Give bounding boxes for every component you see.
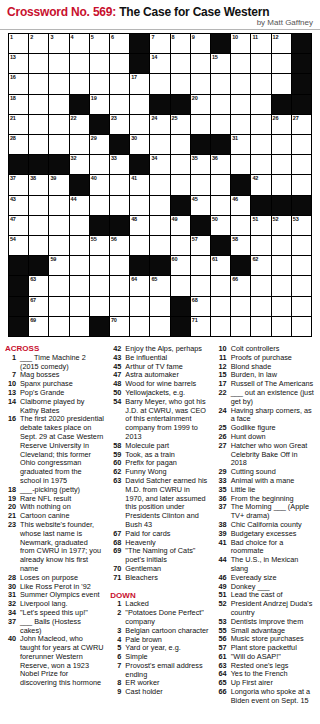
cell-r5c2[interactable] bbox=[29, 115, 48, 134]
cell-r9c2[interactable] bbox=[29, 196, 48, 215]
cell-r13c12[interactable]: 66 bbox=[231, 276, 250, 295]
cell-r8c14[interactable] bbox=[272, 175, 291, 194]
cell-r11c7[interactable] bbox=[130, 236, 149, 255]
cell-r3c8[interactable] bbox=[150, 74, 169, 93]
cell-r12c9[interactable]: 60 bbox=[171, 256, 190, 275]
cell-r3c10[interactable] bbox=[191, 74, 210, 93]
cell-r13c9[interactable] bbox=[171, 276, 190, 295]
cell-r10c11[interactable]: 50 bbox=[211, 216, 230, 235]
cell-number: 40 bbox=[91, 175, 97, 182]
cell-r7c4[interactable]: 32 bbox=[70, 155, 89, 174]
cell-r12c14[interactable] bbox=[272, 256, 291, 275]
cell-r13c15[interactable] bbox=[292, 276, 311, 295]
cell-r13c4[interactable] bbox=[70, 276, 89, 295]
cell-r9c6[interactable] bbox=[110, 196, 129, 215]
cell-r15c14[interactable] bbox=[272, 317, 291, 336]
cell-r5c4[interactable]: 22 bbox=[70, 115, 89, 134]
cell-r11c6[interactable]: 56 bbox=[110, 236, 129, 255]
cell-r1c2[interactable]: 2 bbox=[29, 34, 48, 53]
cell-r6c1[interactable]: 28 bbox=[9, 135, 28, 154]
cell-number: 19 bbox=[91, 95, 97, 102]
clue-text: Bleachers bbox=[125, 573, 157, 582]
cell-number: 27 bbox=[293, 115, 299, 122]
cell-r14c11[interactable] bbox=[211, 297, 230, 316]
cell-number: 4 bbox=[71, 34, 74, 41]
cell-r12c13[interactable]: 62 bbox=[251, 256, 270, 275]
cell-r4c13[interactable] bbox=[251, 95, 270, 114]
cell-r15c2[interactable]: 69 bbox=[29, 317, 48, 336]
cell-r3c11[interactable] bbox=[211, 74, 230, 93]
clue-text: Like Ross Perot in '92 bbox=[20, 582, 91, 591]
clue-across-71: 71Bleachers bbox=[110, 574, 209, 583]
cell-r3c3[interactable] bbox=[49, 74, 68, 93]
cell-r2c9[interactable] bbox=[171, 54, 190, 73]
cell-r1c3[interactable]: 3 bbox=[49, 34, 68, 53]
cell-r10c7[interactable]: 48 bbox=[130, 216, 149, 235]
cell-number: 61 bbox=[212, 256, 218, 263]
cell-r12c3[interactable]: 59 bbox=[49, 256, 68, 275]
cell-r5c1[interactable]: 21 bbox=[9, 115, 28, 134]
clue-text: The Morning ___ (Apple TV+ drama) bbox=[231, 502, 309, 520]
cell-r11c5[interactable]: 55 bbox=[90, 236, 109, 255]
cell-r8c1[interactable]: 37 bbox=[9, 175, 28, 194]
cell-number: 2 bbox=[30, 34, 33, 41]
clue-text: Loses on purpose bbox=[20, 573, 78, 582]
cell-r10c13[interactable]: 51 bbox=[251, 216, 270, 235]
cell-r13c14[interactable] bbox=[272, 276, 291, 295]
cell-r12c4[interactable] bbox=[70, 256, 89, 275]
cell-r14c13[interactable] bbox=[251, 297, 270, 316]
clue-text: Molecule part bbox=[125, 441, 169, 450]
cell-r5c13[interactable] bbox=[251, 115, 270, 134]
clue-down-24: 24Having sharp corners, as a face bbox=[216, 407, 315, 425]
cell-r2c3[interactable] bbox=[49, 54, 68, 73]
cell-r12c12 bbox=[231, 256, 250, 275]
cell-r3c7[interactable]: 17 bbox=[130, 74, 149, 93]
cell-r11c14[interactable] bbox=[272, 236, 291, 255]
cell-number: 10 bbox=[232, 34, 238, 41]
cell-r5c3[interactable] bbox=[49, 115, 68, 134]
cell-number: 69 bbox=[30, 317, 36, 324]
cell-r14c3[interactable] bbox=[49, 297, 68, 316]
cell-number: 58 bbox=[232, 236, 238, 243]
clue-text: Liverpool lang. bbox=[20, 599, 67, 608]
cell-r6c2[interactable] bbox=[29, 135, 48, 154]
cell-r10c4[interactable] bbox=[70, 216, 89, 235]
clue-number: 23 bbox=[5, 521, 16, 530]
cell-r13c8[interactable]: 65 bbox=[150, 276, 169, 295]
cell-r5c9[interactable]: 25 bbox=[171, 115, 190, 134]
cell-r14c4[interactable] bbox=[70, 297, 89, 316]
clue-text: Cartoon canine bbox=[20, 511, 70, 520]
cell-r7c5[interactable] bbox=[90, 155, 109, 174]
clue-number: 66 bbox=[216, 688, 227, 697]
clue-across-69: 69"The Naming of Cats" poet's initials bbox=[110, 547, 209, 565]
cell-r8c7[interactable]: 41 bbox=[130, 175, 149, 194]
cell-number: 41 bbox=[131, 175, 137, 182]
cell-r6c14[interactable] bbox=[272, 135, 291, 154]
cell-r8c15[interactable] bbox=[292, 175, 311, 194]
cell-r2c8[interactable]: 14 bbox=[150, 54, 169, 73]
cell-r2c12[interactable] bbox=[231, 54, 250, 73]
cell-r9c10[interactable]: 45 bbox=[191, 196, 210, 215]
clue-text: Rare NFL result bbox=[20, 494, 71, 503]
cell-r9c14 bbox=[272, 196, 291, 215]
cell-r12c8 bbox=[150, 256, 169, 275]
cell-r8c11[interactable] bbox=[211, 175, 230, 194]
cell-r2c1[interactable]: 13 bbox=[9, 54, 28, 73]
cell-r13c5[interactable] bbox=[90, 276, 109, 295]
cell-r14c2[interactable]: 67 bbox=[29, 297, 48, 316]
clue-number: 71 bbox=[110, 574, 121, 583]
clue-text: Wood for wine barrels bbox=[125, 379, 196, 388]
cell-r8c2[interactable]: 38 bbox=[29, 175, 48, 194]
clue-text: Prefix for pagan bbox=[125, 458, 177, 467]
clue-down-9: 9Cast holder bbox=[110, 688, 209, 697]
cell-r2c4[interactable] bbox=[70, 54, 89, 73]
cell-r3c5[interactable] bbox=[90, 74, 109, 93]
cell-r15c12[interactable] bbox=[231, 317, 250, 336]
cell-number: 54 bbox=[10, 236, 16, 243]
cell-number: 17 bbox=[131, 74, 137, 81]
cell-r11c13[interactable] bbox=[251, 236, 270, 255]
clue-text: The U.S., in Mexican slang bbox=[231, 555, 299, 573]
cell-r1c10[interactable]: 9 bbox=[191, 34, 210, 53]
cell-r11c9[interactable] bbox=[171, 236, 190, 255]
cell-r15c4[interactable] bbox=[70, 317, 89, 336]
cell-r12c6[interactable] bbox=[110, 256, 129, 275]
cell-number: 32 bbox=[71, 155, 77, 162]
clue-text: Bad choice for a roommate bbox=[231, 538, 284, 556]
cell-number: 23 bbox=[111, 115, 117, 122]
cell-r2c6[interactable] bbox=[110, 54, 129, 73]
cell-r11c10[interactable]: 57 bbox=[191, 236, 210, 255]
clue-text: Lead the cast of bbox=[231, 590, 283, 599]
cell-r1c12[interactable]: 10 bbox=[231, 34, 250, 53]
cell-r5c12[interactable] bbox=[231, 115, 250, 134]
cell-r5c15[interactable]: 27 bbox=[292, 115, 311, 134]
cell-r4c15 bbox=[292, 95, 311, 114]
clue-text: Donkey ___ bbox=[231, 582, 270, 591]
cell-r9c1[interactable]: 43 bbox=[9, 196, 28, 215]
cell-r6c9[interactable] bbox=[171, 135, 190, 154]
cell-r14c15[interactable] bbox=[292, 297, 311, 316]
clue-text: Up First airer bbox=[231, 678, 273, 687]
cell-r10c3[interactable] bbox=[49, 216, 68, 235]
cell-r4c11[interactable] bbox=[211, 95, 230, 114]
clue-text: Pale brown bbox=[125, 635, 162, 644]
clue-text: Pop's Grande bbox=[20, 388, 64, 397]
clue-down-52: 52President Andrzej Duda's country bbox=[216, 600, 315, 618]
clue-text: ER worker bbox=[125, 678, 159, 687]
cell-number: 42 bbox=[252, 175, 258, 182]
cell-r6c13[interactable] bbox=[251, 135, 270, 154]
clue-text: Blond shade bbox=[231, 362, 272, 371]
cell-r7c12[interactable] bbox=[231, 155, 250, 174]
cell-r9c8[interactable] bbox=[150, 196, 169, 215]
cell-r5c11[interactable] bbox=[211, 115, 230, 134]
clue-text: Little lie bbox=[231, 485, 256, 494]
clue-text: Burden, in law bbox=[231, 370, 277, 379]
cell-number: 71 bbox=[192, 317, 198, 324]
cell-r5c10[interactable] bbox=[191, 115, 210, 134]
cell-r2c10[interactable] bbox=[191, 54, 210, 73]
cell-r7c14[interactable] bbox=[272, 155, 291, 174]
cell-r4c1[interactable]: 18 bbox=[9, 95, 28, 114]
cell-number: 22 bbox=[71, 115, 77, 122]
cell-r9c11[interactable] bbox=[211, 196, 230, 215]
clue-number: 52 bbox=[216, 600, 227, 609]
cell-r15c7[interactable] bbox=[130, 317, 149, 336]
cell-r9c7[interactable] bbox=[130, 196, 149, 215]
cell-r11c3[interactable] bbox=[49, 236, 68, 255]
cell-r8c8[interactable] bbox=[150, 175, 169, 194]
cell-r15c6[interactable]: 70 bbox=[110, 317, 129, 336]
cell-number: 52 bbox=[273, 216, 279, 223]
cell-r10c9[interactable]: 49 bbox=[171, 216, 190, 235]
cell-r2c5[interactable] bbox=[90, 54, 109, 73]
cell-number: 12 bbox=[273, 34, 279, 41]
cell-r14c6[interactable] bbox=[110, 297, 129, 316]
cell-r1c8[interactable]: 7 bbox=[150, 34, 169, 53]
cell-r3c4[interactable] bbox=[70, 74, 89, 93]
cell-r1c5[interactable]: 5 bbox=[90, 34, 109, 53]
cell-r13c13[interactable] bbox=[251, 276, 270, 295]
cell-r6c3[interactable] bbox=[49, 135, 68, 154]
clue-text: Paid for cards bbox=[125, 529, 170, 538]
cell-r14c7[interactable] bbox=[130, 297, 149, 316]
cell-r3c9[interactable] bbox=[171, 74, 190, 93]
cell-r9c4[interactable]: 44 bbox=[70, 196, 89, 215]
cell-r2c2[interactable] bbox=[29, 54, 48, 73]
cell-r7c8[interactable]: 34 bbox=[150, 155, 169, 174]
title-number: Crossword No. 569: bbox=[7, 5, 116, 19]
cell-r15c11[interactable] bbox=[211, 317, 230, 336]
cell-r9c5[interactable] bbox=[90, 196, 109, 215]
cell-number: 56 bbox=[111, 236, 117, 243]
cell-r6c5[interactable]: 29 bbox=[90, 135, 109, 154]
cell-r10c14[interactable]: 52 bbox=[272, 216, 291, 235]
cell-r5c7[interactable] bbox=[130, 115, 149, 134]
cell-r9c15 bbox=[292, 196, 311, 215]
clue-down-2: 2"Potatoes Done Perfect" company bbox=[110, 609, 209, 627]
clue-number: 41 bbox=[216, 539, 227, 548]
cell-r4c8 bbox=[150, 95, 169, 114]
cell-r10c8[interactable] bbox=[150, 216, 169, 235]
cell-r1c9[interactable]: 8 bbox=[171, 34, 190, 53]
clue-number: 63 bbox=[110, 477, 121, 486]
cell-r11c12[interactable]: 58 bbox=[231, 236, 250, 255]
cell-r12c11[interactable]: 61 bbox=[211, 256, 230, 275]
clue-number: 7 bbox=[110, 662, 121, 671]
cell-number: 57 bbox=[192, 236, 198, 243]
clue-across-63: 63David Satcher earned his M.D. from CWR… bbox=[110, 477, 209, 530]
cell-r4c3[interactable] bbox=[49, 95, 68, 114]
clue-text: "Will do ASAP!" bbox=[231, 652, 281, 661]
cell-r11c4[interactable] bbox=[70, 236, 89, 255]
cell-r13c11[interactable] bbox=[211, 276, 230, 295]
cell-r5c5 bbox=[90, 115, 109, 134]
clue-number: 44 bbox=[216, 556, 227, 565]
cell-r15c1 bbox=[9, 317, 28, 336]
clue-text: Yard or year, e.g. bbox=[125, 643, 180, 652]
cell-r10c10 bbox=[191, 216, 210, 235]
cell-number: 60 bbox=[172, 256, 178, 263]
cell-r11c8[interactable] bbox=[150, 236, 169, 255]
cell-number: 47 bbox=[10, 216, 16, 223]
cell-number: 9 bbox=[192, 34, 195, 41]
cell-r3c13[interactable] bbox=[251, 74, 270, 93]
cell-r15c13[interactable] bbox=[251, 317, 270, 336]
cell-number: 31 bbox=[232, 135, 238, 142]
cell-r7c10[interactable]: 35 bbox=[191, 155, 210, 174]
cell-r6c11 bbox=[211, 135, 230, 154]
cell-r1c13[interactable]: 11 bbox=[251, 34, 270, 53]
clue-text: Proofs of purchase bbox=[231, 353, 292, 362]
clue-text: Gentleman bbox=[125, 564, 161, 573]
cell-r3c1[interactable]: 16 bbox=[9, 74, 28, 93]
cell-r4c2[interactable] bbox=[29, 95, 48, 114]
cell-r3c12[interactable] bbox=[231, 74, 250, 93]
clue-down-66: 66Longoria who spoke at a Biden event on… bbox=[216, 688, 315, 706]
clue-text: Hunt down bbox=[231, 432, 266, 441]
cell-r13c3[interactable] bbox=[49, 276, 68, 295]
cell-r8c9[interactable] bbox=[171, 175, 190, 194]
cell-r14c8[interactable] bbox=[150, 297, 169, 316]
cell-number: 48 bbox=[131, 216, 137, 223]
cell-r6c12[interactable]: 31 bbox=[231, 135, 250, 154]
cell-r10c12[interactable] bbox=[231, 216, 250, 235]
cell-r2c13[interactable] bbox=[251, 54, 270, 73]
cell-r14c5[interactable] bbox=[90, 297, 109, 316]
clue-number: 69 bbox=[110, 547, 121, 556]
cell-r15c10[interactable]: 71 bbox=[191, 317, 210, 336]
cell-r2c11[interactable]: 15 bbox=[211, 54, 230, 73]
cell-number: 43 bbox=[10, 196, 16, 203]
cell-r4c12[interactable] bbox=[231, 95, 250, 114]
cell-number: 38 bbox=[30, 175, 36, 182]
clue-number: 37 bbox=[216, 503, 227, 512]
cell-number: 33 bbox=[111, 155, 117, 162]
clue-text: From the beginning bbox=[231, 494, 294, 503]
clue-text: Heavenly bbox=[125, 538, 155, 547]
cell-r1c1[interactable]: 1 bbox=[9, 34, 28, 53]
cell-r8c13[interactable]: 42 bbox=[251, 175, 270, 194]
cell-r6c4[interactable] bbox=[70, 135, 89, 154]
cell-r1c6[interactable]: 6 bbox=[110, 34, 129, 53]
cell-r10c1[interactable]: 47 bbox=[9, 216, 28, 235]
cell-r6c7[interactable]: 30 bbox=[130, 135, 149, 154]
cell-r11c1[interactable]: 54 bbox=[9, 236, 28, 255]
cell-number: 36 bbox=[212, 155, 218, 162]
clue-across-37: 37___ Balls (Hostess cakes) bbox=[5, 618, 104, 636]
header-divider bbox=[0, 29, 320, 30]
cell-r9c3[interactable] bbox=[49, 196, 68, 215]
cell-r5c6[interactable]: 23 bbox=[110, 115, 129, 134]
cell-r14c12[interactable] bbox=[231, 297, 250, 316]
cell-r3c14[interactable] bbox=[272, 74, 291, 93]
clue-text: Hatcher who won Great Celebrity Bake Off… bbox=[231, 441, 308, 468]
cell-r12c15[interactable] bbox=[292, 256, 311, 275]
cell-r5c8[interactable]: 24 bbox=[150, 115, 169, 134]
cell-r1c14[interactable]: 12 bbox=[272, 34, 291, 53]
cell-r8c6[interactable] bbox=[110, 175, 129, 194]
cell-r8c3[interactable]: 39 bbox=[49, 175, 68, 194]
clue-text: Yes to the French bbox=[231, 669, 288, 678]
clue-number: 9 bbox=[110, 688, 121, 697]
cell-r15c3[interactable] bbox=[49, 317, 68, 336]
cell-r7c1 bbox=[9, 155, 28, 174]
cell-r13c10[interactable] bbox=[191, 276, 210, 295]
cell-r5c14[interactable]: 26 bbox=[272, 115, 291, 134]
cell-r8c5[interactable]: 40 bbox=[90, 175, 109, 194]
cell-r3c15 bbox=[292, 74, 311, 93]
cell-r8c10[interactable] bbox=[191, 175, 210, 194]
cell-r1c4[interactable]: 4 bbox=[70, 34, 89, 53]
cell-r12c5[interactable] bbox=[90, 256, 109, 275]
cell-r15c15[interactable] bbox=[292, 317, 311, 336]
cell-r3c6[interactable] bbox=[110, 74, 129, 93]
cell-r4c5[interactable]: 19 bbox=[90, 95, 109, 114]
cell-r12c10[interactable] bbox=[191, 256, 210, 275]
cell-r15c8[interactable] bbox=[150, 317, 169, 336]
cell-r4c6[interactable] bbox=[110, 95, 129, 114]
cell-r14c14[interactable] bbox=[272, 297, 291, 316]
cell-r6c8[interactable] bbox=[150, 135, 169, 154]
cell-r10c5 bbox=[90, 216, 109, 235]
cell-number: 5 bbox=[91, 34, 94, 41]
cell-r9c12[interactable]: 46 bbox=[231, 196, 250, 215]
cell-r15c5 bbox=[90, 317, 109, 336]
cell-number: 64 bbox=[131, 276, 137, 283]
cell-r11c2[interactable] bbox=[29, 236, 48, 255]
cell-r10c2[interactable] bbox=[29, 216, 48, 235]
cell-r4c7[interactable] bbox=[130, 95, 149, 114]
cell-number: 15 bbox=[212, 54, 218, 61]
cell-r13c6[interactable] bbox=[110, 276, 129, 295]
clue-text: Rested one's legs bbox=[231, 661, 289, 670]
cell-r2c7 bbox=[130, 54, 149, 73]
clue-down-41: 41Bad choice for a roommate bbox=[216, 539, 315, 557]
cell-r1c15 bbox=[292, 34, 311, 53]
cell-number: 65 bbox=[151, 276, 157, 283]
clue-text: Small advantage bbox=[231, 626, 285, 635]
cell-r4c10[interactable]: 20 bbox=[191, 95, 210, 114]
cell-r10c15[interactable]: 53 bbox=[292, 216, 311, 235]
cell-r14c10[interactable]: 68 bbox=[191, 297, 210, 316]
cell-r7c6[interactable]: 33 bbox=[110, 155, 129, 174]
cell-r7c13[interactable] bbox=[251, 155, 270, 174]
clue-text: Godlike figure bbox=[231, 423, 276, 432]
cell-number: 51 bbox=[252, 216, 258, 223]
cell-r7c15[interactable] bbox=[292, 155, 311, 174]
cell-r12c1 bbox=[9, 256, 28, 275]
cell-r2c14[interactable] bbox=[272, 54, 291, 73]
cell-r3c2[interactable] bbox=[29, 74, 48, 93]
cell-r13c2[interactable]: 63 bbox=[29, 276, 48, 295]
cell-r11c15[interactable] bbox=[292, 236, 311, 255]
cell-r6c15[interactable] bbox=[292, 135, 311, 154]
cell-number: 21 bbox=[10, 115, 16, 122]
clue-text: Mag bosses bbox=[20, 370, 59, 379]
clue-text: Spanx purchase bbox=[20, 379, 73, 388]
cell-r15c9 bbox=[171, 317, 190, 336]
cell-r7c11[interactable]: 36 bbox=[211, 155, 230, 174]
clue-number: 14 bbox=[5, 398, 16, 407]
cell-r13c7[interactable]: 64 bbox=[130, 276, 149, 295]
cell-r7c9[interactable] bbox=[171, 155, 190, 174]
cell-number: 26 bbox=[273, 115, 279, 122]
